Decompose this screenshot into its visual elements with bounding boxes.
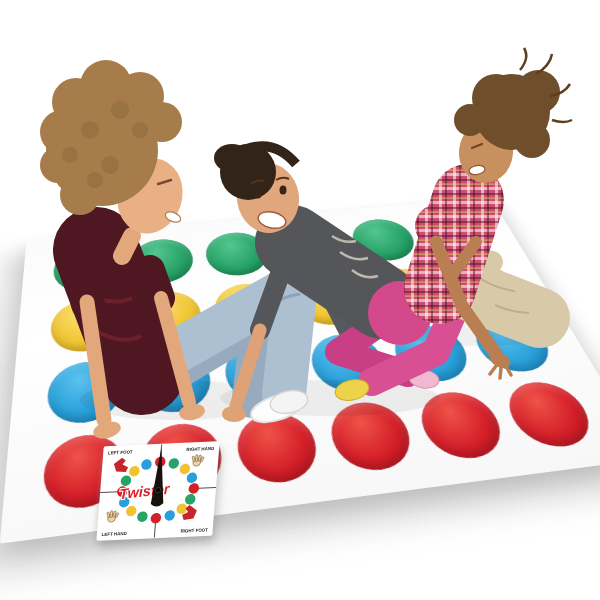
twister-mat	[0, 197, 600, 544]
spinner-dot-yellow-2	[179, 464, 190, 475]
spinner-dot-blue-3	[186, 472, 197, 483]
spinner-dot-yellow-6	[176, 503, 187, 514]
player-center-ponytail	[214, 144, 250, 172]
mat-dot-green-1	[52, 244, 118, 294]
spinner-arrow	[151, 447, 168, 507]
mat-dot-red-4	[323, 399, 419, 475]
mat-dot-green-5	[346, 217, 422, 264]
spinner-label-left-hand: LEFT HAND	[101, 531, 127, 537]
mat-dot-blue-1	[46, 358, 123, 427]
player-center-brows	[251, 178, 289, 184]
player-center-eye-right	[280, 186, 287, 195]
spinner-dot-green-9	[137, 511, 148, 522]
mat-dot-green-4	[275, 223, 348, 271]
spinner-dot-red-4	[188, 483, 199, 494]
mat-dot-red-3	[233, 409, 324, 487]
mat-dot-green-6	[416, 210, 495, 256]
mat-dot-yellow-1	[49, 297, 120, 356]
foot-icon	[113, 457, 129, 472]
mat-dot-red-5	[412, 388, 513, 462]
player-right-hair	[454, 48, 572, 158]
spinner-label-right-foot: RIGHT FOOT	[180, 527, 208, 533]
player-center-hairline	[244, 146, 296, 164]
spinner-label-right-hand: RIGHT HAND	[186, 446, 215, 452]
mat-dot-yellow-4	[289, 273, 368, 328]
mat-dot-blue-4	[305, 331, 392, 395]
mat-dot-blue-6	[466, 314, 561, 375]
player-center-hair	[220, 144, 276, 200]
spinner-dot-blue-15	[141, 459, 152, 470]
spinner-board: LEFT FOOT RIGHT HAND LEFT HAND RIGHT FOO…	[96, 441, 219, 540]
spinner-dot-green-1	[168, 458, 179, 469]
player-left-hair	[40, 60, 182, 215]
hand-icon	[191, 454, 204, 466]
mat-dot-blue-2	[136, 349, 215, 416]
mat-dot-blue-5	[386, 322, 477, 385]
mat-dot-green-3	[203, 230, 273, 279]
spinner-dot-blue-7	[164, 510, 175, 521]
spinner-dot-red-8	[150, 513, 161, 524]
spinner-dot-yellow-10	[126, 506, 137, 517]
mat-dot-yellow-6	[439, 258, 525, 311]
player-center-eye-left	[255, 190, 262, 199]
player-right-eye	[472, 144, 482, 148]
player-left-eye	[158, 180, 171, 184]
spinner-dot-green-5	[185, 494, 196, 505]
player-left-smile	[164, 210, 182, 224]
twister-mat-grid	[0, 197, 600, 544]
player-right-smile	[468, 164, 485, 176]
mat-dot-blue-3	[221, 340, 304, 406]
mat-dot-red-6	[498, 378, 600, 451]
scene-twister-photo: LEFT FOOT RIGHT HAND LEFT HAND RIGHT FOO…	[0, 0, 600, 600]
hand-icon	[106, 510, 119, 522]
mat-dot-yellow-5	[365, 266, 448, 320]
mat-dot-green-2	[129, 237, 196, 286]
spinner-face: LEFT FOOT RIGHT HAND LEFT HAND RIGHT FOO…	[96, 441, 219, 540]
spinner-label-left-foot: LEFT FOOT	[108, 449, 133, 455]
spinner-dot-yellow-14	[129, 466, 140, 477]
mat-dot-yellow-2	[132, 289, 204, 346]
mat-dot-yellow-3	[211, 281, 287, 337]
player-right-face	[456, 118, 516, 185]
